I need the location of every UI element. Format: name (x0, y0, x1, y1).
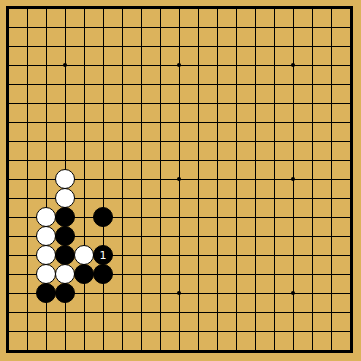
intersection[interactable] (189, 246, 208, 265)
intersection[interactable] (0, 322, 18, 341)
intersection[interactable] (75, 284, 94, 303)
intersection[interactable] (132, 341, 151, 360)
intersection[interactable] (246, 18, 265, 37)
intersection[interactable] (37, 265, 56, 284)
intersection[interactable] (303, 132, 322, 151)
intersection[interactable] (341, 56, 360, 75)
intersection[interactable] (246, 322, 265, 341)
intersection[interactable] (132, 303, 151, 322)
intersection[interactable] (208, 18, 227, 37)
intersection[interactable] (265, 56, 284, 75)
intersection[interactable] (170, 284, 189, 303)
intersection[interactable] (322, 37, 341, 56)
intersection[interactable] (0, 284, 18, 303)
intersection[interactable] (170, 113, 189, 132)
intersection[interactable] (284, 265, 303, 284)
intersection[interactable] (246, 94, 265, 113)
intersection[interactable] (189, 170, 208, 189)
intersection[interactable] (208, 75, 227, 94)
intersection[interactable] (265, 189, 284, 208)
intersection[interactable] (303, 227, 322, 246)
intersection[interactable] (0, 113, 18, 132)
intersection[interactable] (94, 189, 113, 208)
intersection[interactable] (284, 132, 303, 151)
intersection[interactable] (56, 208, 75, 227)
intersection[interactable] (303, 75, 322, 94)
intersection[interactable] (151, 246, 170, 265)
intersection[interactable] (227, 208, 246, 227)
intersection[interactable] (18, 170, 37, 189)
intersection[interactable] (265, 75, 284, 94)
intersection[interactable] (75, 75, 94, 94)
intersection[interactable] (284, 0, 303, 18)
intersection[interactable] (208, 170, 227, 189)
intersection[interactable] (37, 322, 56, 341)
intersection[interactable] (265, 284, 284, 303)
intersection[interactable] (303, 0, 322, 18)
intersection[interactable] (151, 227, 170, 246)
intersection[interactable] (75, 170, 94, 189)
intersection[interactable] (265, 303, 284, 322)
intersection[interactable] (341, 341, 360, 360)
intersection[interactable] (284, 170, 303, 189)
intersection[interactable] (94, 265, 113, 284)
intersection[interactable] (322, 322, 341, 341)
intersection[interactable] (170, 341, 189, 360)
intersection[interactable] (151, 0, 170, 18)
intersection[interactable] (322, 18, 341, 37)
intersection[interactable] (18, 18, 37, 37)
intersection[interactable] (265, 94, 284, 113)
intersection[interactable] (303, 208, 322, 227)
intersection[interactable] (170, 189, 189, 208)
intersection[interactable] (322, 284, 341, 303)
intersection[interactable] (265, 208, 284, 227)
intersection[interactable] (246, 132, 265, 151)
intersection[interactable] (75, 227, 94, 246)
intersection[interactable] (94, 94, 113, 113)
intersection[interactable] (246, 227, 265, 246)
intersection[interactable] (284, 37, 303, 56)
intersection[interactable] (94, 75, 113, 94)
intersection[interactable] (208, 94, 227, 113)
intersection[interactable] (151, 208, 170, 227)
intersection[interactable] (37, 227, 56, 246)
intersection[interactable] (94, 322, 113, 341)
intersection[interactable] (94, 284, 113, 303)
intersection[interactable] (18, 75, 37, 94)
intersection[interactable] (0, 170, 18, 189)
intersection[interactable] (56, 37, 75, 56)
intersection[interactable] (75, 56, 94, 75)
intersection[interactable] (265, 151, 284, 170)
intersection[interactable] (303, 56, 322, 75)
intersection[interactable] (303, 284, 322, 303)
intersection[interactable] (37, 37, 56, 56)
intersection[interactable] (208, 341, 227, 360)
intersection[interactable] (303, 113, 322, 132)
intersection[interactable] (265, 265, 284, 284)
intersection[interactable] (303, 170, 322, 189)
intersection[interactable] (56, 303, 75, 322)
intersection[interactable] (37, 18, 56, 37)
intersection[interactable] (75, 0, 94, 18)
intersection[interactable] (189, 284, 208, 303)
intersection[interactable] (208, 227, 227, 246)
intersection[interactable] (151, 37, 170, 56)
intersection[interactable] (322, 113, 341, 132)
intersection[interactable] (265, 37, 284, 56)
intersection[interactable] (0, 303, 18, 322)
intersection[interactable] (227, 322, 246, 341)
intersection[interactable] (132, 265, 151, 284)
intersection[interactable] (170, 322, 189, 341)
intersection[interactable] (189, 227, 208, 246)
intersection[interactable] (132, 94, 151, 113)
intersection[interactable] (132, 208, 151, 227)
intersection[interactable] (0, 56, 18, 75)
intersection[interactable] (113, 151, 132, 170)
intersection[interactable] (37, 75, 56, 94)
intersection[interactable] (189, 322, 208, 341)
intersection[interactable] (18, 113, 37, 132)
intersection[interactable] (170, 56, 189, 75)
intersection[interactable] (208, 303, 227, 322)
intersection[interactable] (37, 208, 56, 227)
intersection[interactable] (18, 208, 37, 227)
intersection[interactable] (246, 170, 265, 189)
intersection[interactable] (227, 227, 246, 246)
intersection[interactable] (56, 189, 75, 208)
intersection[interactable] (56, 18, 75, 37)
intersection[interactable] (208, 132, 227, 151)
intersection[interactable] (0, 341, 18, 360)
intersection[interactable] (18, 56, 37, 75)
intersection[interactable] (18, 246, 37, 265)
intersection[interactable] (75, 132, 94, 151)
intersection[interactable] (0, 265, 18, 284)
intersection[interactable] (189, 208, 208, 227)
intersection[interactable] (37, 56, 56, 75)
intersection[interactable] (18, 341, 37, 360)
intersection[interactable] (94, 113, 113, 132)
intersection[interactable] (246, 246, 265, 265)
intersection[interactable] (208, 0, 227, 18)
intersection[interactable] (208, 322, 227, 341)
intersection[interactable] (37, 0, 56, 18)
intersection[interactable] (75, 341, 94, 360)
intersection[interactable] (303, 189, 322, 208)
intersection[interactable] (56, 341, 75, 360)
intersection[interactable] (170, 303, 189, 322)
intersection[interactable] (37, 189, 56, 208)
intersection[interactable] (170, 265, 189, 284)
intersection[interactable] (151, 189, 170, 208)
intersection[interactable] (341, 246, 360, 265)
intersection[interactable] (227, 18, 246, 37)
intersection[interactable] (170, 132, 189, 151)
intersection[interactable] (56, 151, 75, 170)
intersection[interactable] (18, 284, 37, 303)
intersection[interactable] (0, 246, 18, 265)
intersection[interactable] (303, 341, 322, 360)
intersection[interactable] (132, 0, 151, 18)
intersection[interactable] (189, 94, 208, 113)
intersection[interactable] (246, 56, 265, 75)
intersection[interactable] (322, 189, 341, 208)
intersection[interactable] (189, 303, 208, 322)
intersection[interactable] (56, 227, 75, 246)
intersection[interactable] (208, 113, 227, 132)
intersection[interactable] (284, 189, 303, 208)
intersection[interactable] (208, 37, 227, 56)
intersection[interactable] (37, 170, 56, 189)
intersection[interactable] (151, 284, 170, 303)
intersection[interactable] (322, 170, 341, 189)
intersection[interactable] (170, 94, 189, 113)
intersection[interactable] (18, 132, 37, 151)
intersection[interactable] (132, 56, 151, 75)
intersection[interactable] (189, 113, 208, 132)
intersection[interactable] (189, 265, 208, 284)
intersection[interactable] (208, 284, 227, 303)
intersection[interactable] (113, 246, 132, 265)
intersection[interactable] (0, 208, 18, 227)
intersection[interactable] (75, 246, 94, 265)
intersection[interactable] (246, 265, 265, 284)
intersection[interactable] (113, 56, 132, 75)
intersection[interactable] (189, 151, 208, 170)
intersection[interactable] (75, 94, 94, 113)
intersection[interactable] (246, 37, 265, 56)
intersection[interactable] (265, 18, 284, 37)
intersection[interactable] (208, 56, 227, 75)
intersection[interactable] (18, 303, 37, 322)
intersection[interactable] (303, 246, 322, 265)
intersection[interactable] (113, 113, 132, 132)
intersection[interactable] (75, 265, 94, 284)
intersection[interactable] (151, 170, 170, 189)
intersection[interactable] (341, 189, 360, 208)
intersection[interactable] (94, 37, 113, 56)
intersection[interactable] (170, 37, 189, 56)
intersection[interactable] (170, 0, 189, 18)
intersection[interactable] (94, 18, 113, 37)
intersection[interactable] (189, 189, 208, 208)
intersection[interactable] (284, 94, 303, 113)
intersection[interactable] (189, 18, 208, 37)
intersection[interactable] (94, 303, 113, 322)
intersection[interactable] (322, 132, 341, 151)
intersection[interactable] (151, 18, 170, 37)
intersection[interactable] (227, 75, 246, 94)
intersection[interactable] (113, 284, 132, 303)
intersection[interactable] (113, 37, 132, 56)
intersection[interactable] (341, 303, 360, 322)
intersection[interactable]: 1 (94, 246, 113, 265)
intersection[interactable] (18, 0, 37, 18)
intersection[interactable] (132, 132, 151, 151)
intersection[interactable] (151, 322, 170, 341)
intersection[interactable] (132, 189, 151, 208)
intersection[interactable] (265, 341, 284, 360)
intersection[interactable] (0, 151, 18, 170)
intersection[interactable] (341, 227, 360, 246)
intersection[interactable] (341, 322, 360, 341)
intersection[interactable] (208, 151, 227, 170)
intersection[interactable] (132, 170, 151, 189)
intersection[interactable] (284, 208, 303, 227)
intersection[interactable] (113, 94, 132, 113)
intersection[interactable] (113, 0, 132, 18)
intersection[interactable] (322, 56, 341, 75)
intersection[interactable] (113, 322, 132, 341)
intersection[interactable] (113, 132, 132, 151)
intersection[interactable] (265, 170, 284, 189)
intersection[interactable] (37, 341, 56, 360)
intersection[interactable] (0, 75, 18, 94)
intersection[interactable] (0, 94, 18, 113)
intersection[interactable] (151, 113, 170, 132)
intersection[interactable] (56, 265, 75, 284)
intersection[interactable] (0, 0, 18, 18)
intersection[interactable] (227, 265, 246, 284)
intersection[interactable] (189, 75, 208, 94)
intersection[interactable] (132, 113, 151, 132)
intersection[interactable] (227, 189, 246, 208)
intersection[interactable] (113, 303, 132, 322)
intersection[interactable] (227, 132, 246, 151)
intersection[interactable] (75, 303, 94, 322)
intersection[interactable] (208, 189, 227, 208)
intersection[interactable] (132, 37, 151, 56)
intersection[interactable] (94, 341, 113, 360)
intersection[interactable] (341, 37, 360, 56)
intersection[interactable] (113, 18, 132, 37)
intersection[interactable] (284, 227, 303, 246)
intersection[interactable] (284, 246, 303, 265)
intersection[interactable] (151, 341, 170, 360)
intersection[interactable] (284, 303, 303, 322)
intersection[interactable] (94, 227, 113, 246)
intersection[interactable] (151, 56, 170, 75)
intersection[interactable] (151, 265, 170, 284)
intersection[interactable] (227, 37, 246, 56)
intersection[interactable] (322, 0, 341, 18)
intersection[interactable] (170, 227, 189, 246)
intersection[interactable] (246, 75, 265, 94)
intersection[interactable] (113, 265, 132, 284)
intersection[interactable] (246, 284, 265, 303)
intersection[interactable] (227, 151, 246, 170)
intersection[interactable] (37, 132, 56, 151)
intersection[interactable] (170, 18, 189, 37)
intersection[interactable] (0, 189, 18, 208)
intersection[interactable] (37, 246, 56, 265)
intersection[interactable] (284, 56, 303, 75)
intersection[interactable] (56, 94, 75, 113)
intersection[interactable] (189, 56, 208, 75)
intersection[interactable] (113, 75, 132, 94)
intersection[interactable] (56, 170, 75, 189)
intersection[interactable] (341, 18, 360, 37)
intersection[interactable] (94, 170, 113, 189)
intersection[interactable] (113, 189, 132, 208)
intersection[interactable] (94, 151, 113, 170)
intersection[interactable] (56, 284, 75, 303)
intersection[interactable] (284, 18, 303, 37)
intersection[interactable] (132, 151, 151, 170)
intersection[interactable] (189, 341, 208, 360)
intersection[interactable] (94, 208, 113, 227)
intersection[interactable] (18, 94, 37, 113)
intersection[interactable] (170, 208, 189, 227)
intersection[interactable] (284, 341, 303, 360)
intersection[interactable] (132, 284, 151, 303)
intersection[interactable] (113, 170, 132, 189)
intersection[interactable] (341, 265, 360, 284)
intersection[interactable] (322, 341, 341, 360)
intersection[interactable] (284, 75, 303, 94)
intersection[interactable] (246, 0, 265, 18)
intersection[interactable] (322, 208, 341, 227)
intersection[interactable] (132, 227, 151, 246)
intersection[interactable] (284, 322, 303, 341)
intersection[interactable] (18, 189, 37, 208)
intersection[interactable] (227, 113, 246, 132)
intersection[interactable] (246, 303, 265, 322)
intersection[interactable] (0, 18, 18, 37)
intersection[interactable] (341, 113, 360, 132)
intersection[interactable] (265, 0, 284, 18)
intersection[interactable] (284, 284, 303, 303)
intersection[interactable] (132, 75, 151, 94)
intersection[interactable] (56, 246, 75, 265)
intersection[interactable] (303, 265, 322, 284)
intersection[interactable] (56, 322, 75, 341)
intersection[interactable] (284, 113, 303, 132)
intersection[interactable] (322, 94, 341, 113)
intersection[interactable] (56, 132, 75, 151)
goban[interactable]: 1 (0, 0, 360, 360)
intersection[interactable] (56, 0, 75, 18)
intersection[interactable] (246, 151, 265, 170)
intersection[interactable] (170, 246, 189, 265)
intersection[interactable] (75, 189, 94, 208)
intersection[interactable] (75, 208, 94, 227)
intersection[interactable] (265, 132, 284, 151)
intersection[interactable] (227, 94, 246, 113)
intersection[interactable] (56, 56, 75, 75)
intersection[interactable] (246, 208, 265, 227)
intersection[interactable] (322, 303, 341, 322)
intersection[interactable] (265, 322, 284, 341)
intersection[interactable] (37, 151, 56, 170)
intersection[interactable] (151, 132, 170, 151)
intersection[interactable] (56, 113, 75, 132)
intersection[interactable] (189, 37, 208, 56)
intersection[interactable] (322, 227, 341, 246)
intersection[interactable] (265, 113, 284, 132)
intersection[interactable] (341, 284, 360, 303)
intersection[interactable] (0, 132, 18, 151)
intersection[interactable] (151, 94, 170, 113)
intersection[interactable] (341, 75, 360, 94)
intersection[interactable] (265, 246, 284, 265)
intersection[interactable] (246, 189, 265, 208)
intersection[interactable] (341, 0, 360, 18)
intersection[interactable] (322, 246, 341, 265)
